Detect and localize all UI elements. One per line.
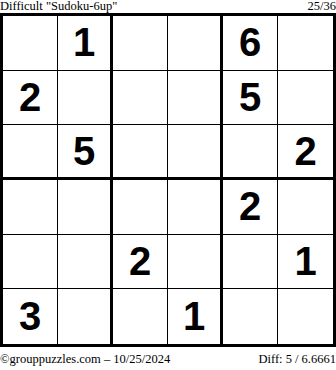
header: Difficult "Sudoku-6up" 25/36 — [0, 0, 336, 13]
cell-r4c6[interactable] — [278, 180, 333, 235]
cell-r4c2[interactable] — [58, 180, 113, 235]
cell-r5c3[interactable]: 2 — [113, 235, 168, 290]
puzzle-page: Difficult "Sudoku-6up" 25/36 16255222131… — [0, 0, 336, 370]
cell-r2c5[interactable]: 5 — [223, 71, 278, 126]
cell-r1c4[interactable] — [168, 16, 223, 71]
cell-r2c2[interactable] — [58, 71, 113, 126]
cell-r6c4[interactable]: 1 — [168, 289, 223, 344]
cell-r6c5[interactable] — [223, 289, 278, 344]
cell-r5c6[interactable]: 1 — [278, 235, 333, 290]
cell-r6c1[interactable]: 3 — [3, 289, 58, 344]
puzzle-title: Difficult "Sudoku-6up" — [0, 0, 117, 13]
cell-r5c2[interactable] — [58, 235, 113, 290]
cell-r3c4[interactable] — [168, 125, 223, 180]
cell-r3c5[interactable] — [223, 125, 278, 180]
cell-r3c6[interactable]: 2 — [278, 125, 333, 180]
cell-r2c6[interactable] — [278, 71, 333, 126]
cell-r3c3[interactable] — [113, 125, 168, 180]
cell-r5c5[interactable] — [223, 235, 278, 290]
copyright-date: ©grouppuzzles.com – 10/25/2024 — [0, 352, 170, 367]
cell-r3c2[interactable]: 5 — [58, 125, 113, 180]
cell-r5c4[interactable] — [168, 235, 223, 290]
sudoku-board: 16255222131 — [0, 13, 336, 347]
difficulty-value: Diff: 5 / 6.6661 — [258, 352, 336, 367]
cell-r2c4[interactable] — [168, 71, 223, 126]
cell-r2c1[interactable]: 2 — [3, 71, 58, 126]
cell-r2c3[interactable] — [113, 71, 168, 126]
page-number: 25/36 — [308, 0, 336, 13]
cell-r6c3[interactable] — [113, 289, 168, 344]
cell-r1c5[interactable]: 6 — [223, 16, 278, 71]
cell-r1c1[interactable] — [3, 16, 58, 71]
cell-r4c3[interactable] — [113, 180, 168, 235]
cell-r4c1[interactable] — [3, 180, 58, 235]
cell-r1c3[interactable] — [113, 16, 168, 71]
cell-r3c1[interactable] — [3, 125, 58, 180]
footer: ©grouppuzzles.com – 10/25/2024 Diff: 5 /… — [0, 349, 336, 370]
cell-r6c2[interactable] — [58, 289, 113, 344]
cell-r1c2[interactable]: 1 — [58, 16, 113, 71]
cell-r4c5[interactable]: 2 — [223, 180, 278, 235]
cell-r5c1[interactable] — [3, 235, 58, 290]
cell-r1c6[interactable] — [278, 16, 333, 71]
cell-r4c4[interactable] — [168, 180, 223, 235]
cell-r6c6[interactable] — [278, 289, 333, 344]
